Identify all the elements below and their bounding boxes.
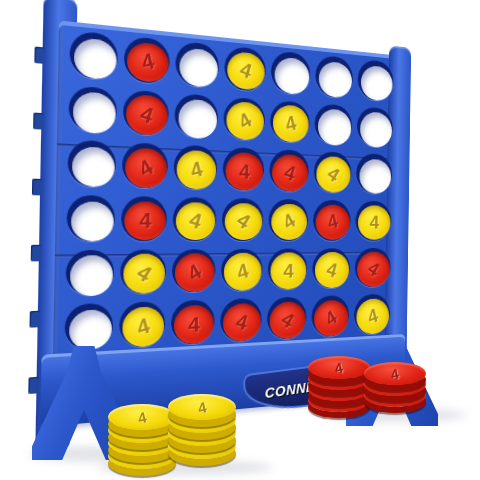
yellow-disc[interactable]: 4: [316, 156, 351, 193]
yellow-disc[interactable]: 4: [176, 202, 216, 241]
cell-r3c6[interactable]: 4: [314, 151, 352, 193]
yellow-disc[interactable]: 4: [226, 101, 264, 140]
cell-r1c5[interactable]: [271, 50, 311, 95]
red-disc[interactable]: 4: [124, 201, 166, 241]
cell-r6c2[interactable]: 4: [119, 301, 165, 348]
cell-r2c2[interactable]: 4: [123, 89, 169, 136]
yellow-stack-disc[interactable]: 4: [108, 404, 176, 430]
empty-hole: [68, 309, 112, 351]
empty-hole: [69, 255, 113, 296]
yellow-disc[interactable]: 4: [356, 298, 389, 334]
cell-r4c5[interactable]: 4: [268, 199, 308, 241]
cell-r1c1[interactable]: [69, 30, 118, 80]
red-disc[interactable]: 4: [225, 152, 263, 191]
empty-hole: [73, 37, 117, 81]
empty-hole: [71, 146, 115, 188]
board-grid: 4444444444444444444444444444: [64, 30, 393, 351]
cell-r6c5[interactable]: 4: [267, 297, 307, 340]
post-clip-tab: [32, 179, 43, 196]
cell-r3c7[interactable]: [356, 153, 392, 194]
cell-r6c7[interactable]: 4: [354, 294, 390, 335]
yellow-disc[interactable]: 4: [270, 253, 306, 290]
cell-r1c3[interactable]: [175, 41, 219, 88]
cell-r5c3[interactable]: 4: [172, 249, 216, 293]
empty-hole: [70, 201, 114, 242]
disc-stack-2: 4: [168, 394, 238, 470]
cell-r2c6[interactable]: [314, 103, 352, 146]
cell-r5c6[interactable]: 4: [312, 248, 350, 289]
cell-r4c1[interactable]: [66, 195, 115, 241]
post-clip-tab: [31, 245, 42, 262]
cell-r6c1[interactable]: [64, 303, 113, 351]
empty-hole: [317, 108, 351, 145]
red-disc[interactable]: 4: [174, 305, 214, 345]
cell-r1c2[interactable]: 4: [124, 36, 170, 84]
red-disc[interactable]: 4: [223, 303, 261, 342]
cell-r6c3[interactable]: 4: [171, 300, 215, 345]
yellow-disc[interactable]: 4: [273, 105, 309, 143]
cell-r2c7[interactable]: [357, 106, 393, 148]
cell-r4c6[interactable]: 4: [313, 200, 351, 241]
disc-stack-4: 4: [364, 362, 428, 420]
red-disc[interactable]: 4: [315, 204, 350, 240]
cell-r5c7[interactable]: 4: [354, 248, 390, 288]
empty-hole: [360, 64, 393, 101]
cell-r3c2[interactable]: 4: [122, 142, 168, 188]
empty-hole: [72, 91, 116, 134]
cell-r4c3[interactable]: 4: [173, 197, 217, 241]
red-stack-disc[interactable]: 4: [308, 356, 370, 379]
cell-r5c5[interactable]: 4: [268, 248, 308, 290]
yellow-disc[interactable]: 4: [358, 205, 391, 240]
yellow-disc[interactable]: 4: [224, 253, 262, 291]
empty-hole: [360, 111, 393, 148]
yellow-disc[interactable]: 4: [315, 252, 350, 288]
post-clip-tab: [28, 377, 39, 394]
yellow-disc[interactable]: 4: [227, 51, 265, 91]
red-disc[interactable]: 4: [175, 253, 215, 292]
cell-r2c5[interactable]: 4: [270, 100, 310, 144]
cell-r3c1[interactable]: [67, 140, 116, 187]
cell-r5c1[interactable]: [65, 249, 114, 296]
cell-r1c7[interactable]: [357, 59, 393, 101]
cell-r2c1[interactable]: [68, 85, 117, 134]
post-clip-tab: [29, 311, 40, 328]
cell-r3c4[interactable]: 4: [222, 147, 264, 191]
red-disc[interactable]: 4: [314, 300, 349, 337]
cell-r2c4[interactable]: 4: [223, 96, 265, 141]
red-disc[interactable]: 4: [272, 154, 308, 192]
cell-r4c7[interactable]: 4: [355, 201, 391, 241]
cell-r1c6[interactable]: [315, 55, 353, 99]
empty-hole: [178, 99, 218, 139]
yellow-disc[interactable]: 4: [271, 203, 307, 240]
cell-r6c6[interactable]: 4: [311, 295, 349, 337]
yellow-disc[interactable]: 4: [122, 306, 164, 347]
red-disc[interactable]: 4: [125, 148, 167, 189]
red-disc[interactable]: 4: [127, 41, 169, 84]
yellow-disc[interactable]: 4: [225, 203, 263, 241]
cell-r6c4[interactable]: 4: [220, 298, 262, 342]
post-clip-tab: [33, 113, 44, 130]
cell-r3c3[interactable]: 4: [173, 145, 217, 190]
empty-hole: [359, 159, 392, 195]
cell-r3c5[interactable]: 4: [269, 149, 309, 192]
red-stack-disc[interactable]: 4: [364, 362, 426, 385]
empty-hole: [318, 60, 352, 98]
yellow-disc[interactable]: 4: [177, 150, 217, 190]
cell-r2c3[interactable]: [174, 93, 218, 139]
red-disc[interactable]: 4: [126, 94, 168, 136]
cell-r5c4[interactable]: 4: [221, 248, 263, 291]
cell-r5c2[interactable]: 4: [120, 249, 166, 294]
empty-hole: [179, 47, 218, 88]
empty-hole: [274, 56, 310, 95]
red-disc[interactable]: 4: [357, 252, 390, 287]
cell-r4c4[interactable]: 4: [222, 198, 264, 241]
post-clip-tab: [34, 47, 45, 64]
yellow-disc[interactable]: 4: [123, 254, 165, 294]
yellow-stack-disc[interactable]: 4: [168, 394, 236, 420]
cell-r1c4[interactable]: 4: [224, 46, 266, 92]
cell-r4c2[interactable]: 4: [121, 196, 167, 241]
connect4-product-scene: 4444444444444444444444444444 CONNECT 4 4…: [0, 0, 480, 480]
red-disc[interactable]: 4: [270, 301, 306, 339]
